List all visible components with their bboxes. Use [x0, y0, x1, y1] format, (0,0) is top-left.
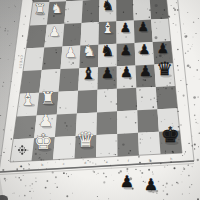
white-pawn-c5: ♟ [65, 45, 77, 60]
square-h7 [150, 0, 169, 20]
white-knight-d5: ♞ [82, 42, 96, 60]
square-c1 [53, 136, 76, 160]
square-g1 [138, 132, 160, 156]
square-c6 [62, 23, 81, 47]
black-bishop-d4: ♝ [81, 64, 96, 83]
white-queen-d1: ♛ [76, 127, 95, 152]
square-f7 [116, 0, 134, 21]
white-rook-b3: ♜ [40, 88, 55, 108]
square-b5 [42, 47, 63, 71]
square-c2 [55, 113, 77, 137]
black-pawn-g4: ♟ [139, 63, 152, 79]
white-pawn-b6: ♟ [49, 24, 60, 39]
black-knight-e5: ♞ [101, 42, 115, 60]
square-d3 [77, 90, 98, 114]
file-label-h: h [170, 157, 172, 161]
square-c3 [57, 91, 78, 115]
black-pawn-f5: ♟ [120, 43, 132, 58]
black-pawn-h5: ♟ [157, 41, 169, 56]
square-c4 [59, 68, 80, 92]
square-f2 [117, 110, 138, 134]
white-pawn-b2: ♟ [38, 111, 52, 130]
black-knight-e7: ♞ [102, 0, 114, 13]
square-g7 [133, 0, 151, 20]
file-label-c: c [63, 162, 65, 166]
board [0, 0, 194, 175]
black-pawn-g6: ♟ [137, 19, 148, 34]
square-e2 [97, 111, 118, 135]
square-h3 [156, 86, 178, 109]
square-a5 [23, 47, 44, 71]
black-pawn-f6: ♟ [120, 20, 131, 35]
black-pawn-g5: ♟ [138, 42, 150, 57]
square-e3 [97, 89, 117, 113]
white-knight-b7: ♞ [51, 1, 63, 16]
square-c7 [64, 0, 83, 23]
file-label-e: e [106, 160, 108, 164]
black-queen-h4: ♛ [156, 58, 172, 79]
chessboard-photo-svg: abcdefghCHESS♜♞♞♟♝♟♟♟♞♞♟♟♟♝♟♟♟♛♝♜♟♚♛♚♟♟ [0, 0, 200, 200]
white-bishop-a3: ♝ [20, 89, 35, 109]
white-bishop-e6: ♝ [101, 20, 114, 36]
square-g2 [137, 109, 159, 133]
file-label-b: b [41, 163, 43, 167]
black-king-h1: ♚ [161, 122, 180, 147]
square-d7 [82, 0, 100, 23]
chessboard-photo: abcdefghCHESS♜♞♞♟♝♟♟♟♞♞♟♟♟♝♟♟♟♛♝♜♟♚♛♚♟♟ [0, 0, 200, 200]
file-label-d: d [84, 161, 86, 165]
white-rook-a7: ♜ [34, 2, 46, 17]
square-f3 [117, 88, 137, 112]
square-h6 [151, 19, 171, 42]
square-f1 [117, 133, 139, 157]
black-pawn-e4: ♟ [101, 65, 114, 81]
white-king-b1: ♚ [34, 129, 53, 154]
